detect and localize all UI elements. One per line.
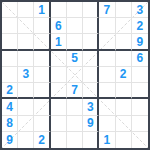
cell-r9c1[interactable]: 9 bbox=[2, 132, 18, 148]
cell-r4c2[interactable] bbox=[18, 51, 34, 67]
cell-r5c6[interactable] bbox=[83, 67, 99, 83]
sudoku-grid: 17362195632274389921 bbox=[2, 2, 148, 148]
cell-r7c9[interactable] bbox=[132, 99, 148, 115]
cell-r2c9[interactable]: 2 bbox=[132, 18, 148, 34]
cell-r6c8[interactable] bbox=[116, 83, 132, 99]
given-digit: 1 bbox=[38, 4, 45, 16]
cell-r3c5[interactable] bbox=[67, 34, 83, 50]
cell-r9c9[interactable] bbox=[132, 132, 148, 148]
cell-r4c3[interactable] bbox=[34, 51, 50, 67]
cell-r8c6[interactable]: 9 bbox=[83, 116, 99, 132]
cell-r2c2[interactable] bbox=[18, 18, 34, 34]
cell-r8c3[interactable] bbox=[34, 116, 50, 132]
cell-r7c4[interactable] bbox=[51, 99, 67, 115]
cell-r8c4[interactable] bbox=[51, 116, 67, 132]
given-digit: 5 bbox=[71, 52, 78, 64]
cell-r1c9[interactable]: 3 bbox=[132, 2, 148, 18]
cell-r3c1[interactable] bbox=[2, 34, 18, 50]
given-digit: 2 bbox=[38, 134, 45, 146]
cell-r2c5[interactable] bbox=[67, 18, 83, 34]
sudoku-board: 17362195632274389921 bbox=[0, 0, 150, 150]
given-digit: 3 bbox=[22, 68, 29, 80]
given-digit: 7 bbox=[71, 84, 78, 96]
cell-r2c1[interactable] bbox=[2, 18, 18, 34]
cell-r4c6[interactable] bbox=[83, 51, 99, 67]
cell-r2c3[interactable] bbox=[34, 18, 50, 34]
cell-r5c7[interactable] bbox=[99, 67, 115, 83]
cell-r7c3[interactable] bbox=[34, 99, 50, 115]
given-digit: 7 bbox=[104, 4, 111, 16]
cell-r9c6[interactable] bbox=[83, 132, 99, 148]
given-digit: 3 bbox=[137, 4, 144, 16]
given-digit: 3 bbox=[87, 101, 94, 113]
given-digit: 9 bbox=[137, 36, 144, 48]
cell-r1c2[interactable] bbox=[18, 2, 34, 18]
given-digit: 9 bbox=[6, 134, 13, 146]
cell-r6c1[interactable]: 2 bbox=[2, 83, 18, 99]
cell-r4c1[interactable] bbox=[2, 51, 18, 67]
cell-r4c4[interactable] bbox=[51, 51, 67, 67]
cell-r8c8[interactable] bbox=[116, 116, 132, 132]
cell-r9c3[interactable]: 2 bbox=[34, 132, 50, 148]
given-digit: 8 bbox=[6, 117, 13, 129]
cell-r7c6[interactable]: 3 bbox=[83, 99, 99, 115]
cell-r4c8[interactable] bbox=[116, 51, 132, 67]
cell-r3c7[interactable] bbox=[99, 34, 115, 50]
cell-r6c2[interactable] bbox=[18, 83, 34, 99]
cell-r1c6[interactable] bbox=[83, 2, 99, 18]
given-digit: 6 bbox=[137, 52, 144, 64]
cell-r3c8[interactable] bbox=[116, 34, 132, 50]
given-digit: 4 bbox=[6, 101, 13, 113]
given-digit: 2 bbox=[120, 68, 127, 80]
cell-r5c2[interactable]: 3 bbox=[18, 67, 34, 83]
cell-r6c7[interactable] bbox=[99, 83, 115, 99]
given-digit: 6 bbox=[55, 20, 62, 32]
cell-r4c5[interactable]: 5 bbox=[67, 51, 83, 67]
cell-r1c1[interactable] bbox=[2, 2, 18, 18]
cell-r2c6[interactable] bbox=[83, 18, 99, 34]
cell-r7c5[interactable] bbox=[67, 99, 83, 115]
cell-r1c7[interactable]: 7 bbox=[99, 2, 115, 18]
cell-r8c9[interactable] bbox=[132, 116, 148, 132]
cell-r5c5[interactable] bbox=[67, 67, 83, 83]
cell-r2c8[interactable] bbox=[116, 18, 132, 34]
cell-r7c8[interactable] bbox=[116, 99, 132, 115]
cell-r9c8[interactable] bbox=[116, 132, 132, 148]
cell-r3c2[interactable] bbox=[18, 34, 34, 50]
cell-r1c5[interactable] bbox=[67, 2, 83, 18]
cell-r8c7[interactable] bbox=[99, 116, 115, 132]
cell-r2c7[interactable] bbox=[99, 18, 115, 34]
cell-r6c4[interactable] bbox=[51, 83, 67, 99]
cell-r7c2[interactable] bbox=[18, 99, 34, 115]
cell-r7c7[interactable] bbox=[99, 99, 115, 115]
cell-r5c1[interactable] bbox=[2, 67, 18, 83]
cell-r3c6[interactable] bbox=[83, 34, 99, 50]
cell-r5c9[interactable] bbox=[132, 67, 148, 83]
cell-r5c4[interactable] bbox=[51, 67, 67, 83]
given-digit: 1 bbox=[104, 134, 111, 146]
cell-r4c9[interactable]: 6 bbox=[132, 51, 148, 67]
cell-r9c2[interactable] bbox=[18, 132, 34, 148]
cell-r6c5[interactable]: 7 bbox=[67, 83, 83, 99]
cell-r1c4[interactable] bbox=[51, 2, 67, 18]
cell-r4c7[interactable] bbox=[99, 51, 115, 67]
cell-r6c6[interactable] bbox=[83, 83, 99, 99]
cell-r5c8[interactable]: 2 bbox=[116, 67, 132, 83]
given-digit: 9 bbox=[87, 117, 94, 129]
given-digit: 1 bbox=[55, 36, 62, 48]
cell-r3c3[interactable] bbox=[34, 34, 50, 50]
given-digit: 2 bbox=[137, 20, 144, 32]
cell-r1c3[interactable]: 1 bbox=[34, 2, 50, 18]
cell-r2c4[interactable]: 6 bbox=[51, 18, 67, 34]
cell-r8c5[interactable] bbox=[67, 116, 83, 132]
given-digit: 2 bbox=[6, 84, 13, 96]
cell-r3c4[interactable]: 1 bbox=[51, 34, 67, 50]
cell-r6c3[interactable] bbox=[34, 83, 50, 99]
cell-r9c5[interactable] bbox=[67, 132, 83, 148]
cell-r8c1[interactable]: 8 bbox=[2, 116, 18, 132]
cell-r6c9[interactable] bbox=[132, 83, 148, 99]
cell-r8c2[interactable] bbox=[18, 116, 34, 132]
cell-r9c4[interactable] bbox=[51, 132, 67, 148]
cell-r9c7[interactable]: 1 bbox=[99, 132, 115, 148]
cell-r3c9[interactable]: 9 bbox=[132, 34, 148, 50]
cell-r5c3[interactable] bbox=[34, 67, 50, 83]
cell-r1c8[interactable] bbox=[116, 2, 132, 18]
cell-r7c1[interactable]: 4 bbox=[2, 99, 18, 115]
